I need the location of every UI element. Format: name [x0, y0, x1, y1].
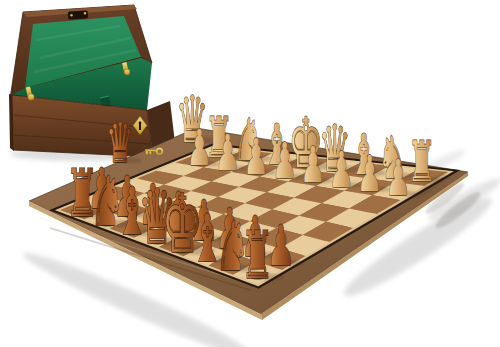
piece-white-pawn-g2[interactable]: ♟ — [215, 123, 240, 182]
piece-white-pawn-c2[interactable]: ♟ — [329, 140, 354, 199]
chess-set-product-photo: ♛♛♜♞♝♚♛♝♞♜♟♟♟♟♟♟♟♟♟♟♟♟♟♟♟♟♜♞♝♛♚♝♞♜ — [0, 0, 500, 347]
keyhole-slot — [139, 124, 141, 130]
piece-white-pawn-e2[interactable]: ♟ — [272, 131, 297, 190]
piece-white-pawn-h2[interactable]: ♟ — [187, 119, 212, 178]
key-bit — [146, 151, 148, 154]
piece-white-pawn-f2[interactable]: ♟ — [243, 127, 268, 186]
piece-white-pawn-a2[interactable]: ♟ — [386, 148, 411, 207]
key-bit — [149, 152, 151, 155]
quadrant-hinge-icon — [124, 69, 130, 75]
piece-black-rook-a8[interactable]: ♜ — [241, 218, 274, 294]
piece-white-rook-a1[interactable]: ♜ — [407, 130, 435, 195]
lock-screw — [84, 12, 86, 14]
piece-white-pawn-b2[interactable]: ♟ — [357, 144, 382, 203]
lock-screw — [70, 14, 72, 16]
chess-scene: ♛♛♜♞♝♚♛♝♞♜♟♟♟♟♟♟♟♟♟♟♟♟♟♟♟♟♜♞♝♛♚♝♞♜ — [0, 0, 500, 347]
quadrant-hinge-icon — [28, 94, 34, 100]
keyhole — [139, 122, 142, 125]
piece-white-pawn-d2[interactable]: ♟ — [300, 136, 325, 195]
